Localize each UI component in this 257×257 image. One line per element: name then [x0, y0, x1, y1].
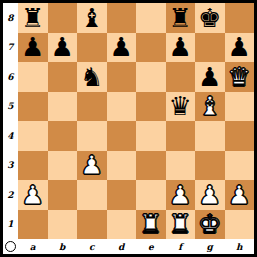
square-e5[interactable] — [136, 92, 166, 122]
piece-black-pawn[interactable]: ♟ — [198, 64, 221, 90]
square-f2[interactable]: ♟ — [166, 180, 196, 210]
square-f6[interactable] — [166, 62, 196, 92]
piece-black-pawn[interactable]: ♟ — [110, 34, 133, 60]
square-f7[interactable]: ♟ — [166, 33, 196, 63]
rank-label-5: 5 — [3, 92, 18, 122]
rank-label-2: 2 — [3, 180, 18, 210]
square-e3[interactable] — [136, 151, 166, 181]
file-label-a: a — [18, 239, 48, 254]
square-a5[interactable] — [18, 92, 48, 122]
piece-white-rook[interactable]: ♜ — [169, 211, 192, 237]
square-f4[interactable] — [166, 121, 196, 151]
piece-black-knight[interactable]: ♞ — [80, 64, 103, 90]
square-d3[interactable] — [107, 151, 137, 181]
square-c2[interactable] — [77, 180, 107, 210]
file-label-f: f — [166, 239, 196, 254]
piece-white-queen[interactable]: ♛ — [228, 64, 251, 90]
chess-board: ♜♝♜♚♟♟♟♟♟♞♟♛♛♝♟♟♟♟♟♜♜♚ — [18, 3, 254, 239]
square-c5[interactable] — [77, 92, 107, 122]
rank-label-4: 4 — [3, 121, 18, 151]
file-label-c: c — [77, 239, 107, 254]
square-e1[interactable]: ♜ — [136, 210, 166, 240]
piece-black-rook[interactable]: ♜ — [169, 5, 192, 31]
piece-white-pawn[interactable]: ♟ — [198, 182, 221, 208]
square-g4[interactable] — [195, 121, 225, 151]
square-d8[interactable] — [107, 3, 137, 33]
rank-label-6: 6 — [3, 62, 18, 92]
square-h4[interactable] — [225, 121, 255, 151]
square-c1[interactable] — [77, 210, 107, 240]
square-e2[interactable] — [136, 180, 166, 210]
square-b1[interactable] — [48, 210, 78, 240]
square-f8[interactable]: ♜ — [166, 3, 196, 33]
piece-black-bishop[interactable]: ♝ — [80, 5, 103, 31]
square-g8[interactable]: ♚ — [195, 3, 225, 33]
piece-black-pawn[interactable]: ♟ — [228, 34, 251, 60]
rank-label-3: 3 — [3, 151, 18, 181]
rank-label-8: 8 — [3, 3, 18, 33]
white-to-move-icon — [5, 241, 16, 252]
piece-white-rook[interactable]: ♜ — [139, 211, 162, 237]
piece-white-pawn[interactable]: ♟ — [80, 152, 103, 178]
square-e6[interactable] — [136, 62, 166, 92]
square-a4[interactable] — [18, 121, 48, 151]
square-h3[interactable] — [225, 151, 255, 181]
square-f1[interactable]: ♜ — [166, 210, 196, 240]
square-c3[interactable]: ♟ — [77, 151, 107, 181]
piece-black-rook[interactable]: ♜ — [21, 5, 44, 31]
file-label-e: e — [136, 239, 166, 254]
square-g3[interactable] — [195, 151, 225, 181]
square-h7[interactable]: ♟ — [225, 33, 255, 63]
square-f5[interactable]: ♛ — [166, 92, 196, 122]
square-c8[interactable]: ♝ — [77, 3, 107, 33]
file-label-g: g — [195, 239, 225, 254]
piece-black-king[interactable]: ♚ — [198, 5, 221, 31]
square-b7[interactable]: ♟ — [48, 33, 78, 63]
piece-black-pawn[interactable]: ♟ — [21, 34, 44, 60]
piece-white-pawn[interactable]: ♟ — [21, 182, 44, 208]
square-d4[interactable] — [107, 121, 137, 151]
square-b4[interactable] — [48, 121, 78, 151]
square-a6[interactable] — [18, 62, 48, 92]
square-g7[interactable] — [195, 33, 225, 63]
square-h8[interactable] — [225, 3, 255, 33]
square-a1[interactable] — [18, 210, 48, 240]
rank-label-1: 1 — [3, 210, 18, 240]
square-b5[interactable] — [48, 92, 78, 122]
rank-label-7: 7 — [3, 33, 18, 63]
square-d7[interactable]: ♟ — [107, 33, 137, 63]
piece-white-pawn[interactable]: ♟ — [169, 182, 192, 208]
square-g2[interactable]: ♟ — [195, 180, 225, 210]
piece-white-pawn[interactable]: ♟ — [228, 182, 251, 208]
square-g5[interactable]: ♝ — [195, 92, 225, 122]
square-b2[interactable] — [48, 180, 78, 210]
rank-labels: 87654321 — [3, 3, 18, 239]
piece-white-king[interactable]: ♚ — [198, 211, 221, 237]
square-d2[interactable] — [107, 180, 137, 210]
piece-white-bishop[interactable]: ♝ — [198, 93, 221, 119]
piece-black-queen[interactable]: ♛ — [169, 93, 192, 119]
square-c4[interactable] — [77, 121, 107, 151]
square-g6[interactable]: ♟ — [195, 62, 225, 92]
square-c7[interactable] — [77, 33, 107, 63]
square-c6[interactable]: ♞ — [77, 62, 107, 92]
square-h2[interactable]: ♟ — [225, 180, 255, 210]
chess-diagram: 87654321 ♜♝♜♚♟♟♟♟♟♞♟♛♛♝♟♟♟♟♟♜♜♚ abcdefgh — [0, 0, 257, 257]
square-h6[interactable]: ♛ — [225, 62, 255, 92]
square-f3[interactable] — [166, 151, 196, 181]
square-h1[interactable] — [225, 210, 255, 240]
square-a3[interactable] — [18, 151, 48, 181]
square-b8[interactable] — [48, 3, 78, 33]
square-b3[interactable] — [48, 151, 78, 181]
file-label-h: h — [225, 239, 255, 254]
square-b6[interactable] — [48, 62, 78, 92]
square-g1[interactable]: ♚ — [195, 210, 225, 240]
file-label-d: d — [107, 239, 137, 254]
square-a8[interactable]: ♜ — [18, 3, 48, 33]
file-label-b: b — [48, 239, 78, 254]
square-e7[interactable] — [136, 33, 166, 63]
square-d5[interactable] — [107, 92, 137, 122]
square-e8[interactable] — [136, 3, 166, 33]
square-a2[interactable]: ♟ — [18, 180, 48, 210]
file-labels: abcdefgh — [18, 239, 254, 254]
square-d6[interactable] — [107, 62, 137, 92]
square-a7[interactable]: ♟ — [18, 33, 48, 63]
square-e4[interactable] — [136, 121, 166, 151]
side-to-move-indicator — [3, 239, 18, 254]
piece-black-pawn[interactable]: ♟ — [169, 34, 192, 60]
piece-black-pawn[interactable]: ♟ — [51, 34, 74, 60]
square-h5[interactable] — [225, 92, 255, 122]
square-d1[interactable] — [107, 210, 137, 240]
